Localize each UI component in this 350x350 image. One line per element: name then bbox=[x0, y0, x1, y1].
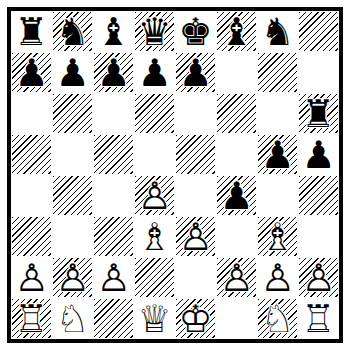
white-knight-halo: ♞ bbox=[257, 298, 298, 339]
square-b6[interactable] bbox=[52, 93, 93, 134]
square-f2[interactable]: ♟♙ bbox=[216, 257, 257, 298]
black-pawn-halo: ♟ bbox=[134, 52, 175, 93]
white-rook-halo: ♜ bbox=[298, 298, 339, 339]
square-d6[interactable] bbox=[134, 93, 175, 134]
square-c6[interactable] bbox=[93, 93, 134, 134]
white-pawn-halo: ♟ bbox=[216, 257, 257, 298]
square-h8[interactable] bbox=[298, 11, 339, 52]
square-f3[interactable] bbox=[216, 216, 257, 257]
black-knight-icon: ♞ bbox=[52, 11, 93, 52]
white-pawn-icon: ♙ bbox=[257, 257, 298, 298]
square-b2[interactable]: ♟♙ bbox=[52, 257, 93, 298]
white-king-icon: ♔ bbox=[175, 298, 216, 339]
square-g8[interactable]: ♞♞ bbox=[257, 11, 298, 52]
black-pawn-icon: ♟ bbox=[11, 52, 52, 93]
square-f7[interactable] bbox=[216, 52, 257, 93]
square-h3[interactable] bbox=[298, 216, 339, 257]
square-f1[interactable] bbox=[216, 298, 257, 339]
square-e5[interactable] bbox=[175, 134, 216, 175]
square-g4[interactable] bbox=[257, 175, 298, 216]
black-rook-halo: ♜ bbox=[298, 93, 339, 134]
square-a3[interactable] bbox=[11, 216, 52, 257]
square-g5[interactable]: ♟♟ bbox=[257, 134, 298, 175]
white-bishop-icon: ♗ bbox=[257, 216, 298, 257]
black-pawn-icon: ♟ bbox=[216, 175, 257, 216]
chess-board: ♜♜♞♞♝♝♛♛♚♚♝♝♞♞♟♟♟♟♟♟♟♟♟♟♜♜♟♟♟♟♟♙♟♟♝♗♟♙♝♗… bbox=[7, 7, 343, 343]
square-a6[interactable] bbox=[11, 93, 52, 134]
square-g7[interactable] bbox=[257, 52, 298, 93]
square-f5[interactable] bbox=[216, 134, 257, 175]
black-rook-icon: ♜ bbox=[298, 93, 339, 134]
black-queen-icon: ♛ bbox=[134, 11, 175, 52]
square-h4[interactable] bbox=[298, 175, 339, 216]
black-knight-icon: ♞ bbox=[257, 11, 298, 52]
square-c3[interactable] bbox=[93, 216, 134, 257]
black-bishop-halo: ♝ bbox=[93, 11, 134, 52]
square-e1[interactable]: ♚♔ bbox=[175, 298, 216, 339]
white-pawn-halo: ♟ bbox=[257, 257, 298, 298]
square-h7[interactable] bbox=[298, 52, 339, 93]
black-pawn-icon: ♟ bbox=[134, 52, 175, 93]
square-b4[interactable] bbox=[52, 175, 93, 216]
white-bishop-halo: ♝ bbox=[257, 216, 298, 257]
square-f6[interactable] bbox=[216, 93, 257, 134]
black-pawn-halo: ♟ bbox=[11, 52, 52, 93]
white-knight-icon: ♘ bbox=[257, 298, 298, 339]
square-h1[interactable]: ♜♖ bbox=[298, 298, 339, 339]
square-e3[interactable]: ♟♙ bbox=[175, 216, 216, 257]
square-b8[interactable]: ♞♞ bbox=[52, 11, 93, 52]
square-c2[interactable]: ♟♙ bbox=[93, 257, 134, 298]
white-pawn-icon: ♙ bbox=[216, 257, 257, 298]
black-pawn-halo: ♟ bbox=[93, 52, 134, 93]
white-queen-halo: ♛ bbox=[134, 298, 175, 339]
black-pawn-icon: ♟ bbox=[93, 52, 134, 93]
black-king-halo: ♚ bbox=[175, 11, 216, 52]
white-pawn-icon: ♙ bbox=[11, 257, 52, 298]
white-knight-halo: ♞ bbox=[52, 298, 93, 339]
white-knight-icon: ♘ bbox=[52, 298, 93, 339]
black-pawn-halo: ♟ bbox=[298, 134, 339, 175]
black-rook-icon: ♜ bbox=[11, 11, 52, 52]
black-pawn-halo: ♟ bbox=[52, 52, 93, 93]
square-b7[interactable]: ♟♟ bbox=[52, 52, 93, 93]
white-pawn-halo: ♟ bbox=[298, 257, 339, 298]
square-a5[interactable] bbox=[11, 134, 52, 175]
white-bishop-icon: ♗ bbox=[134, 216, 175, 257]
white-pawn-icon: ♙ bbox=[134, 175, 175, 216]
square-e7[interactable]: ♟♟ bbox=[175, 52, 216, 93]
white-pawn-halo: ♟ bbox=[175, 216, 216, 257]
chess-diagram: ♜♜♞♞♝♝♛♛♚♚♝♝♞♞♟♟♟♟♟♟♟♟♟♟♜♜♟♟♟♟♟♙♟♟♝♗♟♙♝♗… bbox=[0, 0, 350, 350]
square-a4[interactable] bbox=[11, 175, 52, 216]
black-knight-halo: ♞ bbox=[257, 11, 298, 52]
white-pawn-halo: ♟ bbox=[11, 257, 52, 298]
square-h2[interactable]: ♟♙ bbox=[298, 257, 339, 298]
black-bishop-icon: ♝ bbox=[216, 11, 257, 52]
white-pawn-icon: ♙ bbox=[298, 257, 339, 298]
square-f4[interactable]: ♟♟ bbox=[216, 175, 257, 216]
black-pawn-icon: ♟ bbox=[298, 134, 339, 175]
square-b3[interactable] bbox=[52, 216, 93, 257]
white-queen-icon: ♕ bbox=[134, 298, 175, 339]
square-a1[interactable]: ♜♖ bbox=[11, 298, 52, 339]
black-bishop-icon: ♝ bbox=[93, 11, 134, 52]
black-pawn-icon: ♟ bbox=[257, 134, 298, 175]
square-g6[interactable] bbox=[257, 93, 298, 134]
square-h5[interactable]: ♟♟ bbox=[298, 134, 339, 175]
white-rook-icon: ♖ bbox=[11, 298, 52, 339]
black-bishop-halo: ♝ bbox=[216, 11, 257, 52]
square-d5[interactable] bbox=[134, 134, 175, 175]
square-b5[interactable] bbox=[52, 134, 93, 175]
square-d7[interactable]: ♟♟ bbox=[134, 52, 175, 93]
black-pawn-halo: ♟ bbox=[257, 134, 298, 175]
square-c8[interactable]: ♝♝ bbox=[93, 11, 134, 52]
square-b1[interactable]: ♞♘ bbox=[52, 298, 93, 339]
black-pawn-halo: ♟ bbox=[175, 52, 216, 93]
black-pawn-icon: ♟ bbox=[175, 52, 216, 93]
square-c4[interactable] bbox=[93, 175, 134, 216]
white-rook-halo: ♜ bbox=[11, 298, 52, 339]
square-g3[interactable]: ♝♗ bbox=[257, 216, 298, 257]
black-pawn-icon: ♟ bbox=[52, 52, 93, 93]
black-rook-halo: ♜ bbox=[11, 11, 52, 52]
square-d8[interactable]: ♛♛ bbox=[134, 11, 175, 52]
white-pawn-halo: ♟ bbox=[93, 257, 134, 298]
square-a8[interactable]: ♜♜ bbox=[11, 11, 52, 52]
black-pawn-halo: ♟ bbox=[216, 175, 257, 216]
square-a2[interactable]: ♟♙ bbox=[11, 257, 52, 298]
square-e6[interactable] bbox=[175, 93, 216, 134]
square-a7[interactable]: ♟♟ bbox=[11, 52, 52, 93]
square-d3[interactable]: ♝♗ bbox=[134, 216, 175, 257]
square-d4[interactable]: ♟♙ bbox=[134, 175, 175, 216]
square-g2[interactable]: ♟♙ bbox=[257, 257, 298, 298]
black-queen-halo: ♛ bbox=[134, 11, 175, 52]
square-e2[interactable] bbox=[175, 257, 216, 298]
white-rook-icon: ♖ bbox=[298, 298, 339, 339]
white-king-halo: ♚ bbox=[175, 298, 216, 339]
square-e4[interactable] bbox=[175, 175, 216, 216]
square-e8[interactable]: ♚♚ bbox=[175, 11, 216, 52]
square-c7[interactable]: ♟♟ bbox=[93, 52, 134, 93]
white-pawn-icon: ♙ bbox=[93, 257, 134, 298]
white-pawn-halo: ♟ bbox=[52, 257, 93, 298]
black-knight-halo: ♞ bbox=[52, 11, 93, 52]
square-d1[interactable]: ♛♕ bbox=[134, 298, 175, 339]
white-pawn-icon: ♙ bbox=[175, 216, 216, 257]
square-c1[interactable] bbox=[93, 298, 134, 339]
white-pawn-icon: ♙ bbox=[52, 257, 93, 298]
square-c5[interactable] bbox=[93, 134, 134, 175]
square-d2[interactable] bbox=[134, 257, 175, 298]
square-h6[interactable]: ♜♜ bbox=[298, 93, 339, 134]
square-g1[interactable]: ♞♘ bbox=[257, 298, 298, 339]
black-king-icon: ♚ bbox=[175, 11, 216, 52]
square-f8[interactable]: ♝♝ bbox=[216, 11, 257, 52]
white-pawn-halo: ♟ bbox=[134, 175, 175, 216]
white-bishop-halo: ♝ bbox=[134, 216, 175, 257]
